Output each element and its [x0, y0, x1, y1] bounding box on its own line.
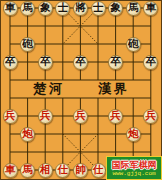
board-grid	[0, 0, 162, 180]
watermark-site-name: 国际军棋网	[112, 160, 157, 170]
black-horse[interactable]: 馬	[20, 1, 35, 16]
black-cannon[interactable]: 砲	[126, 37, 141, 52]
red-cannon[interactable]: 炮	[20, 127, 35, 142]
black-general[interactable]: 將	[73, 1, 88, 16]
red-soldier[interactable]: 兵	[143, 109, 158, 124]
black-soldier[interactable]: 卒	[143, 55, 158, 70]
red-general[interactable]: 帥	[73, 163, 88, 178]
black-soldier[interactable]: 卒	[108, 55, 123, 70]
red-cannon[interactable]: 炮	[126, 127, 141, 142]
black-soldier[interactable]: 卒	[3, 55, 18, 70]
black-elephant[interactable]: 象	[38, 1, 53, 16]
red-advisor[interactable]: 仕	[91, 163, 106, 178]
black-chariot[interactable]: 車	[143, 1, 158, 16]
red-horse[interactable]: 馬	[20, 163, 35, 178]
black-soldier[interactable]: 卒	[38, 55, 53, 70]
river-label-han-jie: 漢界	[94, 81, 134, 97]
black-advisor[interactable]: 士	[91, 1, 106, 16]
black-cannon[interactable]: 砲	[20, 37, 35, 52]
black-soldier[interactable]: 卒	[73, 55, 88, 70]
red-advisor[interactable]: 仕	[55, 163, 70, 178]
red-soldier[interactable]: 兵	[3, 109, 18, 124]
red-elephant[interactable]: 相	[38, 163, 53, 178]
red-chariot[interactable]: 車	[3, 163, 18, 178]
red-soldier[interactable]: 兵	[38, 109, 53, 124]
watermark-site-url: www.gjjq.com	[112, 170, 155, 177]
red-soldier[interactable]: 兵	[73, 109, 88, 124]
black-advisor[interactable]: 士	[55, 1, 70, 16]
black-elephant[interactable]: 象	[108, 1, 123, 16]
watermark-badge: 国际军棋网 www.gjjq.com	[106, 156, 162, 180]
black-chariot[interactable]: 車	[3, 1, 18, 16]
red-soldier[interactable]: 兵	[108, 109, 123, 124]
black-horse[interactable]: 馬	[126, 1, 141, 16]
xiangqi-board[interactable]: 楚河 漢界 車馬象士將士象馬車砲砲卒卒卒卒卒兵兵兵兵兵炮炮車馬相仕帥仕相馬車 国…	[0, 0, 162, 180]
river-label-chu-he: 楚河	[29, 81, 69, 97]
